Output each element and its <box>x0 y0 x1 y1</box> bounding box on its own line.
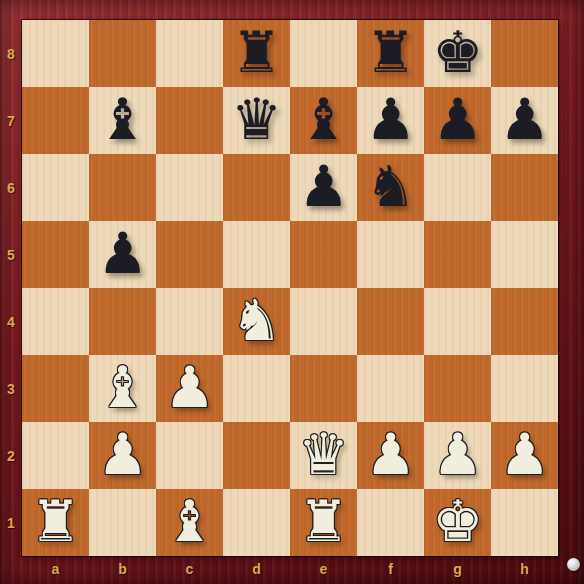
black-bishop-b7[interactable]: ♝ <box>89 87 156 154</box>
file-label-d: d <box>223 556 290 582</box>
square-f1[interactable] <box>357 489 424 556</box>
chess-board[interactable]: ♜♜♚♝♛♝♟♟♟♟♞♟♞♝♟♟♛♟♟♟♜♝♜♚ <box>22 20 558 556</box>
square-e7[interactable]: ♝ <box>290 87 357 154</box>
white-pawn-b2[interactable]: ♟ <box>89 422 156 489</box>
black-pawn-h7[interactable]: ♟ <box>491 87 558 154</box>
file-label-g: g <box>424 556 491 582</box>
rank-label-8: 8 <box>0 20 22 87</box>
square-g8[interactable]: ♚ <box>424 20 491 87</box>
square-c2[interactable] <box>156 422 223 489</box>
square-d5[interactable] <box>223 221 290 288</box>
square-d6[interactable] <box>223 154 290 221</box>
file-label-c: c <box>156 556 223 582</box>
square-b7[interactable]: ♝ <box>89 87 156 154</box>
white-pawn-g2[interactable]: ♟ <box>424 422 491 489</box>
square-d8[interactable]: ♜ <box>223 20 290 87</box>
square-h1[interactable] <box>491 489 558 556</box>
square-h8[interactable] <box>491 20 558 87</box>
square-a3[interactable] <box>22 355 89 422</box>
square-h4[interactable] <box>491 288 558 355</box>
square-f5[interactable] <box>357 221 424 288</box>
square-c1[interactable]: ♝ <box>156 489 223 556</box>
square-d7[interactable]: ♛ <box>223 87 290 154</box>
square-e4[interactable] <box>290 288 357 355</box>
black-queen-d7[interactable]: ♛ <box>223 87 290 154</box>
square-e6[interactable]: ♟ <box>290 154 357 221</box>
square-a1[interactable]: ♜ <box>22 489 89 556</box>
square-a4[interactable] <box>22 288 89 355</box>
square-e2[interactable]: ♛ <box>290 422 357 489</box>
square-e5[interactable] <box>290 221 357 288</box>
black-king-g8[interactable]: ♚ <box>424 20 491 87</box>
white-pawn-f2[interactable]: ♟ <box>357 422 424 489</box>
square-c8[interactable] <box>156 20 223 87</box>
white-king-g1[interactable]: ♚ <box>424 489 491 556</box>
square-e8[interactable] <box>290 20 357 87</box>
square-b1[interactable] <box>89 489 156 556</box>
square-f7[interactable]: ♟ <box>357 87 424 154</box>
square-a8[interactable] <box>22 20 89 87</box>
square-g4[interactable] <box>424 288 491 355</box>
white-rook-a1[interactable]: ♜ <box>22 489 89 556</box>
rank-label-3: 3 <box>0 355 22 422</box>
square-g6[interactable] <box>424 154 491 221</box>
square-c4[interactable] <box>156 288 223 355</box>
square-f4[interactable] <box>357 288 424 355</box>
file-label-b: b <box>89 556 156 582</box>
square-h3[interactable] <box>491 355 558 422</box>
square-h7[interactable]: ♟ <box>491 87 558 154</box>
square-a6[interactable] <box>22 154 89 221</box>
square-e3[interactable] <box>290 355 357 422</box>
file-label-a: a <box>22 556 89 582</box>
black-rook-f8[interactable]: ♜ <box>357 20 424 87</box>
square-c3[interactable]: ♟ <box>156 355 223 422</box>
white-rook-e1[interactable]: ♜ <box>290 489 357 556</box>
file-labels: abcdefgh <box>22 556 558 584</box>
white-bishop-c1[interactable]: ♝ <box>156 489 223 556</box>
square-g3[interactable] <box>424 355 491 422</box>
white-knight-d4[interactable]: ♞ <box>223 288 290 355</box>
black-knight-f6[interactable]: ♞ <box>357 154 424 221</box>
square-b2[interactable]: ♟ <box>89 422 156 489</box>
file-label-h: h <box>491 556 558 582</box>
square-e1[interactable]: ♜ <box>290 489 357 556</box>
black-pawn-f7[interactable]: ♟ <box>357 87 424 154</box>
square-a5[interactable] <box>22 221 89 288</box>
square-b4[interactable] <box>89 288 156 355</box>
square-c5[interactable] <box>156 221 223 288</box>
rank-labels: 87654321 <box>0 20 22 556</box>
square-h6[interactable] <box>491 154 558 221</box>
white-to-move-indicator <box>567 558 580 571</box>
white-pawn-h2[interactable]: ♟ <box>491 422 558 489</box>
rank-label-1: 1 <box>0 489 22 556</box>
square-d3[interactable] <box>223 355 290 422</box>
square-d2[interactable] <box>223 422 290 489</box>
square-c7[interactable] <box>156 87 223 154</box>
square-b5[interactable]: ♟ <box>89 221 156 288</box>
square-f6[interactable]: ♞ <box>357 154 424 221</box>
square-g2[interactable]: ♟ <box>424 422 491 489</box>
board-frame: 87654321 ♜♜♚♝♛♝♟♟♟♟♞♟♞♝♟♟♛♟♟♟♜♝♜♚ abcdef… <box>0 0 584 584</box>
square-d1[interactable] <box>223 489 290 556</box>
square-d4[interactable]: ♞ <box>223 288 290 355</box>
square-g7[interactable]: ♟ <box>424 87 491 154</box>
file-label-f: f <box>357 556 424 582</box>
square-h2[interactable]: ♟ <box>491 422 558 489</box>
square-c6[interactable] <box>156 154 223 221</box>
square-b6[interactable] <box>89 154 156 221</box>
square-f2[interactable]: ♟ <box>357 422 424 489</box>
square-b3[interactable]: ♝ <box>89 355 156 422</box>
white-bishop-b3[interactable]: ♝ <box>89 355 156 422</box>
square-b8[interactable] <box>89 20 156 87</box>
square-g5[interactable] <box>424 221 491 288</box>
file-label-e: e <box>290 556 357 582</box>
rank-label-2: 2 <box>0 422 22 489</box>
square-h5[interactable] <box>491 221 558 288</box>
square-f3[interactable] <box>357 355 424 422</box>
black-rook-d8[interactable]: ♜ <box>223 20 290 87</box>
rank-label-7: 7 <box>0 87 22 154</box>
white-pawn-c3[interactable]: ♟ <box>156 355 223 422</box>
black-bishop-e7[interactable]: ♝ <box>290 87 357 154</box>
rank-label-4: 4 <box>0 288 22 355</box>
rank-label-5: 5 <box>0 221 22 288</box>
black-pawn-b5[interactable]: ♟ <box>89 221 156 288</box>
black-pawn-g7[interactable]: ♟ <box>424 87 491 154</box>
black-pawn-e6[interactable]: ♟ <box>290 154 357 221</box>
square-a7[interactable] <box>22 87 89 154</box>
white-queen-e2[interactable]: ♛ <box>290 422 357 489</box>
square-a2[interactable] <box>22 422 89 489</box>
square-f8[interactable]: ♜ <box>357 20 424 87</box>
rank-label-6: 6 <box>0 154 22 221</box>
square-g1[interactable]: ♚ <box>424 489 491 556</box>
